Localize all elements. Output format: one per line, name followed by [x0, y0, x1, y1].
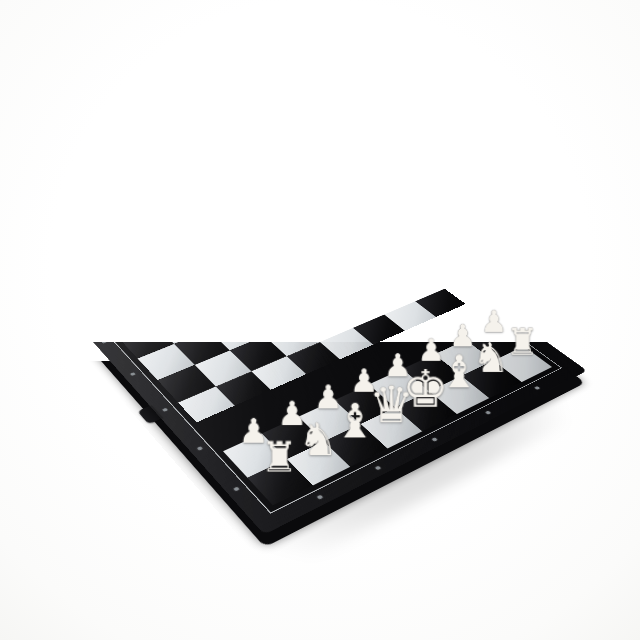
square-g8[interactable]: ♞ [296, 234, 346, 261]
piece-black-pawn-f7[interactable]: ♟ [283, 232, 342, 280]
piece-black-pawn-h7[interactable]: ♟ [343, 210, 400, 257]
piece-black-king-e8[interactable]: ♚ [231, 227, 290, 275]
square-b7[interactable]: ♟ [154, 311, 209, 344]
square-h8[interactable]: ♜ [326, 223, 376, 250]
board-playing-area: ♜♞♝♛♚♝♞♜♟♟♟♟♟♟♟♟♟♟♟♟♟♟♟♟♜♞♝♛♚♝♞♜ [91, 219, 562, 514]
square-e7[interactable]: ♟ [255, 273, 308, 303]
frame-screw-dot [431, 437, 437, 441]
square-c5[interactable] [230, 336, 287, 371]
frame-screw-dot [101, 340, 106, 343]
square-g6[interactable] [338, 266, 391, 296]
square-d7[interactable]: ♟ [222, 285, 275, 316]
square-c8[interactable]: ♝ [170, 280, 223, 311]
square-h7[interactable]: ♟ [347, 238, 398, 266]
piece-white-rook-a1[interactable]: ♜ [242, 427, 316, 487]
square-e8[interactable]: ♚ [235, 256, 286, 285]
square-d6[interactable] [243, 303, 298, 336]
square-f6[interactable] [307, 278, 360, 309]
square-e5[interactable] [297, 309, 352, 342]
piece-black-pawn-g7[interactable]: ♟ [313, 221, 371, 268]
frame-screw-dot [162, 408, 168, 412]
piece-black-bishop-c8[interactable]: ♝ [166, 251, 227, 300]
piece-black-rook-a8[interactable]: ♜ [96, 275, 158, 326]
frame-screw-dot [130, 372, 136, 376]
piece-black-pawn-a7[interactable]: ♟ [114, 294, 178, 346]
square-a8[interactable]: ♜ [100, 305, 154, 338]
square-g5[interactable] [361, 283, 415, 314]
piece-black-rook-h8[interactable]: ♜ [322, 195, 378, 241]
piece-black-pawn-d7[interactable]: ♟ [218, 256, 279, 306]
piece-black-knight-b8[interactable]: ♞ [131, 263, 193, 313]
photo-scene: ♜♞♝♛♚♝♞♜♟♟♟♟♟♟♟♟♟♟♟♟♟♟♟♟♜♞♝♛♚♝♞♜ [0, 0, 640, 640]
frame-screw-dot [197, 446, 203, 450]
piece-black-queen-d8[interactable]: ♛ [199, 239, 259, 287]
piece-black-knight-g8[interactable]: ♞ [293, 205, 350, 251]
square-a1[interactable]: ♜ [247, 459, 312, 505]
frame-screw-dot [534, 386, 540, 390]
piece-black-pawn-c7[interactable]: ♟ [185, 268, 247, 318]
square-g7[interactable]: ♟ [317, 250, 369, 279]
square-d8[interactable]: ♛ [203, 268, 255, 298]
frame-screw-dot [233, 487, 239, 492]
piece-black-bishop-f8[interactable]: ♝ [262, 216, 320, 263]
piece-black-pawn-b7[interactable]: ♟ [150, 281, 213, 332]
square-e6[interactable] [276, 291, 330, 323]
square-f5[interactable] [330, 296, 385, 328]
frame-screw-dot [375, 466, 381, 470]
chess-board: ♜♞♝♛♚♝♞♜♟♟♟♟♟♟♟♟♟♟♟♟♟♟♟♟♜♞♝♛♚♝♞♜ [69, 208, 588, 535]
square-h6[interactable] [368, 254, 420, 283]
square-h5[interactable] [391, 271, 444, 301]
frame-screw-dot [485, 411, 491, 415]
frame-screw-dot [317, 495, 324, 500]
square-c7[interactable]: ♟ [189, 298, 243, 330]
square-f7[interactable]: ♟ [286, 261, 338, 290]
square-b8[interactable]: ♞ [136, 292, 189, 324]
square-f8[interactable]: ♝ [266, 245, 317, 273]
piece-black-pawn-e7[interactable]: ♟ [251, 244, 311, 293]
